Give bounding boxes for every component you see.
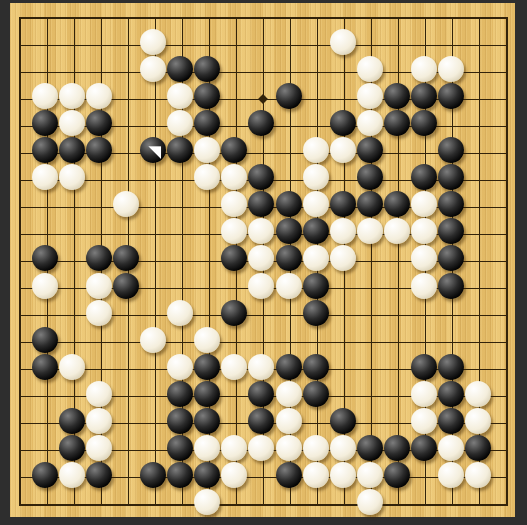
black-stone[interactable] (32, 462, 58, 488)
white-stone[interactable] (86, 300, 112, 326)
white-stone[interactable] (167, 300, 193, 326)
black-stone[interactable] (384, 435, 410, 461)
grid-line-horizontal (19, 342, 508, 343)
black-stone[interactable] (276, 218, 302, 244)
white-stone[interactable] (357, 110, 383, 136)
black-stone[interactable] (167, 408, 193, 434)
white-stone[interactable] (411, 381, 437, 407)
white-stone[interactable] (438, 435, 464, 461)
black-stone[interactable] (438, 137, 464, 163)
black-stone[interactable] (113, 245, 139, 271)
white-stone[interactable] (357, 462, 383, 488)
black-stone[interactable] (140, 462, 166, 488)
black-stone[interactable] (248, 164, 274, 190)
black-stone[interactable] (221, 245, 247, 271)
white-stone[interactable] (113, 191, 139, 217)
white-stone[interactable] (221, 218, 247, 244)
black-stone[interactable] (248, 381, 274, 407)
black-stone[interactable] (357, 137, 383, 163)
white-stone[interactable] (86, 435, 112, 461)
white-stone[interactable] (276, 435, 302, 461)
black-stone[interactable] (384, 110, 410, 136)
white-stone[interactable] (303, 462, 329, 488)
white-stone[interactable] (303, 245, 329, 271)
black-stone[interactable] (411, 83, 437, 109)
black-stone[interactable] (438, 381, 464, 407)
black-stone[interactable] (438, 83, 464, 109)
black-stone[interactable] (59, 137, 85, 163)
white-stone[interactable] (465, 408, 491, 434)
white-stone[interactable] (221, 164, 247, 190)
black-stone[interactable] (167, 462, 193, 488)
white-stone[interactable] (330, 218, 356, 244)
white-stone[interactable] (384, 218, 410, 244)
black-stone[interactable] (411, 164, 437, 190)
white-stone[interactable] (221, 191, 247, 217)
black-stone[interactable] (86, 110, 112, 136)
black-stone[interactable] (194, 56, 220, 82)
black-stone[interactable] (32, 245, 58, 271)
white-stone[interactable] (194, 164, 220, 190)
black-stone[interactable] (32, 354, 58, 380)
black-stone[interactable] (276, 462, 302, 488)
white-stone[interactable] (194, 435, 220, 461)
black-stone[interactable] (113, 273, 139, 299)
white-stone[interactable] (221, 435, 247, 461)
white-stone[interactable] (194, 327, 220, 353)
white-stone[interactable] (276, 408, 302, 434)
white-stone[interactable] (330, 29, 356, 55)
white-stone[interactable] (86, 408, 112, 434)
black-stone[interactable] (194, 83, 220, 109)
black-stone[interactable] (194, 462, 220, 488)
black-stone[interactable] (411, 354, 437, 380)
white-stone[interactable] (303, 164, 329, 190)
black-stone[interactable] (357, 435, 383, 461)
black-stone[interactable] (32, 110, 58, 136)
black-stone[interactable] (438, 164, 464, 190)
black-stone[interactable] (276, 191, 302, 217)
black-stone[interactable] (330, 191, 356, 217)
white-stone[interactable] (248, 245, 274, 271)
white-stone[interactable] (438, 56, 464, 82)
black-stone[interactable] (303, 218, 329, 244)
black-stone[interactable] (465, 435, 491, 461)
white-stone[interactable] (140, 56, 166, 82)
white-stone[interactable] (411, 191, 437, 217)
black-stone[interactable] (167, 435, 193, 461)
white-stone[interactable] (411, 56, 437, 82)
black-stone[interactable] (303, 300, 329, 326)
black-stone[interactable] (276, 245, 302, 271)
black-stone[interactable] (357, 164, 383, 190)
white-stone[interactable] (411, 408, 437, 434)
black-stone[interactable] (32, 137, 58, 163)
black-stone[interactable] (303, 273, 329, 299)
black-stone[interactable] (411, 110, 437, 136)
white-stone[interactable] (248, 273, 274, 299)
white-stone[interactable] (140, 327, 166, 353)
white-stone[interactable] (276, 273, 302, 299)
white-stone[interactable] (330, 435, 356, 461)
white-stone[interactable] (86, 381, 112, 407)
black-stone[interactable] (276, 354, 302, 380)
black-stone[interactable] (167, 137, 193, 163)
white-stone[interactable] (357, 56, 383, 82)
white-stone[interactable] (59, 354, 85, 380)
white-stone[interactable] (167, 83, 193, 109)
black-stone[interactable] (248, 408, 274, 434)
white-stone[interactable] (59, 462, 85, 488)
white-stone[interactable] (32, 164, 58, 190)
black-stone[interactable] (32, 327, 58, 353)
white-stone[interactable] (248, 218, 274, 244)
white-stone[interactable] (248, 435, 274, 461)
white-stone[interactable] (167, 354, 193, 380)
black-stone[interactable] (276, 83, 302, 109)
black-stone[interactable] (384, 83, 410, 109)
white-stone[interactable] (59, 83, 85, 109)
black-stone[interactable] (221, 300, 247, 326)
white-stone[interactable] (86, 273, 112, 299)
black-stone[interactable] (411, 435, 437, 461)
black-stone[interactable] (248, 191, 274, 217)
white-stone[interactable] (248, 354, 274, 380)
white-stone[interactable] (276, 381, 302, 407)
white-stone[interactable] (86, 83, 112, 109)
black-stone[interactable] (438, 408, 464, 434)
white-stone[interactable] (411, 245, 437, 271)
white-stone[interactable] (221, 354, 247, 380)
black-stone[interactable] (384, 191, 410, 217)
black-stone[interactable] (330, 408, 356, 434)
black-stone[interactable] (438, 354, 464, 380)
white-stone[interactable] (411, 218, 437, 244)
white-stone[interactable] (330, 462, 356, 488)
white-stone[interactable] (357, 489, 383, 515)
black-stone[interactable] (167, 56, 193, 82)
white-stone[interactable] (438, 462, 464, 488)
white-stone[interactable] (32, 83, 58, 109)
black-stone[interactable] (221, 137, 247, 163)
black-stone[interactable] (59, 435, 85, 461)
white-stone[interactable] (221, 462, 247, 488)
white-stone[interactable] (330, 245, 356, 271)
white-stone[interactable] (303, 435, 329, 461)
black-stone[interactable] (384, 462, 410, 488)
grid-line-vertical (506, 17, 508, 506)
black-stone[interactable] (330, 110, 356, 136)
white-stone[interactable] (465, 381, 491, 407)
black-stone[interactable] (438, 191, 464, 217)
black-stone[interactable] (167, 381, 193, 407)
black-stone[interactable] (86, 462, 112, 488)
white-stone[interactable] (167, 110, 193, 136)
black-stone[interactable] (194, 408, 220, 434)
go-board[interactable] (0, 0, 527, 525)
white-stone[interactable] (330, 137, 356, 163)
white-stone[interactable] (411, 273, 437, 299)
white-stone[interactable] (194, 137, 220, 163)
white-stone[interactable] (59, 164, 85, 190)
black-stone[interactable] (194, 381, 220, 407)
black-stone[interactable] (357, 191, 383, 217)
white-stone[interactable] (32, 273, 58, 299)
black-stone[interactable] (438, 245, 464, 271)
black-stone[interactable] (248, 110, 274, 136)
black-stone[interactable] (194, 354, 220, 380)
white-stone[interactable] (303, 137, 329, 163)
black-stone[interactable] (194, 110, 220, 136)
white-stone[interactable] (194, 489, 220, 515)
white-stone[interactable] (140, 29, 166, 55)
grid-line-horizontal (19, 504, 508, 506)
black-stone[interactable] (86, 137, 112, 163)
black-stone[interactable] (438, 218, 464, 244)
white-stone[interactable] (59, 110, 85, 136)
black-stone[interactable] (438, 273, 464, 299)
white-stone[interactable] (357, 83, 383, 109)
black-stone[interactable] (86, 245, 112, 271)
black-stone[interactable] (303, 381, 329, 407)
white-stone[interactable] (357, 218, 383, 244)
white-stone[interactable] (465, 462, 491, 488)
black-stone[interactable] (303, 354, 329, 380)
white-stone[interactable] (303, 191, 329, 217)
black-stone[interactable] (59, 408, 85, 434)
